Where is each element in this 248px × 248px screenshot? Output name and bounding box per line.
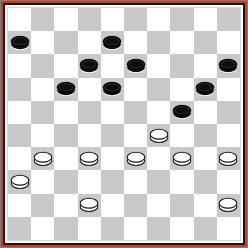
white-man-45[interactable]: [218, 197, 238, 213]
white-man-32[interactable]: [79, 151, 99, 167]
square-17[interactable]: [54, 78, 77, 101]
board-inner-margin: [3, 3, 245, 245]
black-man-24[interactable]: [172, 104, 192, 120]
light-square: [31, 78, 54, 101]
square-20[interactable]: [194, 78, 217, 101]
square-6[interactable]: [8, 31, 31, 54]
square-43[interactable]: [124, 194, 147, 217]
square-42[interactable]: [78, 194, 101, 217]
light-square: [194, 101, 217, 124]
black-man-12[interactable]: [79, 58, 99, 74]
square-45[interactable]: [217, 194, 240, 217]
light-square: [78, 217, 101, 240]
light-square: [170, 170, 193, 193]
light-square: [78, 78, 101, 101]
square-31[interactable]: [31, 147, 54, 170]
white-man-35[interactable]: [218, 151, 238, 167]
light-square: [217, 31, 240, 54]
black-man-icon: [195, 81, 215, 97]
light-square: [217, 124, 240, 147]
square-10[interactable]: [194, 31, 217, 54]
square-18[interactable]: [101, 78, 124, 101]
square-33[interactable]: [124, 147, 147, 170]
light-square: [8, 8, 31, 31]
square-9[interactable]: [147, 31, 170, 54]
square-15[interactable]: [217, 54, 240, 77]
light-square: [78, 124, 101, 147]
white-man-icon: [218, 151, 238, 167]
light-square: [101, 194, 124, 217]
square-40[interactable]: [194, 170, 217, 193]
light-square: [54, 8, 77, 31]
light-square: [194, 194, 217, 217]
light-square: [194, 54, 217, 77]
light-square: [8, 54, 31, 77]
light-square: [101, 8, 124, 31]
light-square: [31, 170, 54, 193]
square-29[interactable]: [147, 124, 170, 147]
white-man-icon: [79, 151, 99, 167]
light-square: [170, 31, 193, 54]
square-16[interactable]: [8, 78, 31, 101]
light-square: [124, 217, 147, 240]
black-man-13[interactable]: [126, 58, 146, 74]
square-30[interactable]: [194, 124, 217, 147]
square-25[interactable]: [217, 101, 240, 124]
light-square: [147, 147, 170, 170]
square-22[interactable]: [78, 101, 101, 124]
square-34[interactable]: [170, 147, 193, 170]
light-square: [31, 124, 54, 147]
light-square: [170, 78, 193, 101]
black-man-8[interactable]: [102, 35, 122, 51]
white-man-icon: [126, 151, 146, 167]
white-man-34[interactable]: [172, 151, 192, 167]
square-19[interactable]: [147, 78, 170, 101]
square-47[interactable]: [54, 217, 77, 240]
square-32[interactable]: [78, 147, 101, 170]
square-28[interactable]: [101, 124, 124, 147]
black-man-6[interactable]: [10, 35, 30, 51]
square-39[interactable]: [147, 170, 170, 193]
square-26[interactable]: [8, 124, 31, 147]
black-man-icon: [79, 58, 99, 74]
black-man-18[interactable]: [102, 81, 122, 97]
light-square: [54, 147, 77, 170]
light-square: [217, 170, 240, 193]
black-man-15[interactable]: [218, 58, 238, 74]
light-square: [54, 194, 77, 217]
light-square: [101, 101, 124, 124]
square-50[interactable]: [194, 217, 217, 240]
white-man-36[interactable]: [10, 174, 30, 190]
black-man-20[interactable]: [195, 81, 215, 97]
square-5[interactable]: [217, 8, 240, 31]
square-11[interactable]: [31, 54, 54, 77]
light-square: [124, 31, 147, 54]
black-man-icon: [102, 35, 122, 51]
light-square: [124, 78, 147, 101]
light-square: [8, 194, 31, 217]
light-square: [31, 31, 54, 54]
white-man-icon: [10, 174, 30, 190]
square-24[interactable]: [170, 101, 193, 124]
black-man-icon: [10, 35, 30, 51]
square-7[interactable]: [54, 31, 77, 54]
square-1[interactable]: [31, 8, 54, 31]
black-man-icon: [102, 81, 122, 97]
light-square: [101, 54, 124, 77]
square-48[interactable]: [101, 217, 124, 240]
board: [8, 8, 240, 240]
square-35[interactable]: [217, 147, 240, 170]
white-man-29[interactable]: [149, 128, 169, 144]
light-square: [101, 147, 124, 170]
light-square: [147, 54, 170, 77]
square-41[interactable]: [31, 194, 54, 217]
light-square: [147, 101, 170, 124]
square-12[interactable]: [78, 54, 101, 77]
square-37[interactable]: [54, 170, 77, 193]
white-man-icon: [33, 151, 53, 167]
white-man-icon: [79, 197, 99, 213]
square-4[interactable]: [170, 8, 193, 31]
light-square: [31, 217, 54, 240]
square-27[interactable]: [54, 124, 77, 147]
white-man-icon: [172, 151, 192, 167]
light-square: [217, 78, 240, 101]
light-square: [194, 8, 217, 31]
draughts-board-frame: [0, 0, 248, 248]
black-man-icon: [126, 58, 146, 74]
light-square: [8, 101, 31, 124]
light-square: [54, 54, 77, 77]
white-man-33[interactable]: [126, 151, 146, 167]
square-36[interactable]: [8, 170, 31, 193]
square-8[interactable]: [101, 31, 124, 54]
light-square: [124, 170, 147, 193]
light-square: [8, 147, 31, 170]
square-44[interactable]: [170, 194, 193, 217]
light-square: [217, 217, 240, 240]
square-23[interactable]: [124, 101, 147, 124]
light-square: [78, 170, 101, 193]
white-man-icon: [149, 128, 169, 144]
light-square: [78, 31, 101, 54]
square-2[interactable]: [78, 8, 101, 31]
light-square: [170, 217, 193, 240]
white-man-42[interactable]: [79, 197, 99, 213]
white-man-31[interactable]: [33, 151, 53, 167]
square-49[interactable]: [147, 217, 170, 240]
light-square: [54, 101, 77, 124]
black-man-icon: [172, 104, 192, 120]
square-46[interactable]: [8, 217, 31, 240]
light-square: [170, 124, 193, 147]
square-38[interactable]: [101, 170, 124, 193]
light-square: [194, 147, 217, 170]
black-man-17[interactable]: [56, 81, 76, 97]
light-square: [124, 124, 147, 147]
light-square: [147, 8, 170, 31]
square-13[interactable]: [124, 54, 147, 77]
square-3[interactable]: [124, 8, 147, 31]
black-man-icon: [56, 81, 76, 97]
white-man-icon: [218, 197, 238, 213]
square-21[interactable]: [31, 101, 54, 124]
black-man-icon: [218, 58, 238, 74]
light-square: [147, 194, 170, 217]
square-14[interactable]: [170, 54, 193, 77]
